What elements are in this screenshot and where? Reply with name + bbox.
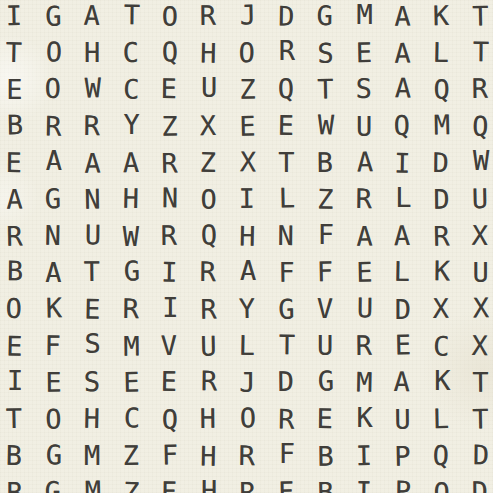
grid-cell-r12c9[interactable]: E	[305, 400, 344, 437]
grid-cell-r9c7[interactable]: Y	[227, 290, 267, 327]
grid-cell-r10c7[interactable]: L	[227, 326, 267, 363]
grid-cell-r6c10[interactable]: R	[344, 180, 383, 217]
grid-cell-r13c5[interactable]: F	[151, 435, 191, 472]
grid-cell-r11c10[interactable]: M	[344, 363, 384, 400]
grid-cell-r6c5[interactable]: N	[151, 179, 190, 216]
grid-cell-r8c13[interactable]: U	[461, 254, 493, 291]
grid-cell-r4c2[interactable]: R	[33, 107, 73, 144]
grid-cell-r12c7[interactable]: O	[228, 399, 268, 436]
grid-cell-r6c13[interactable]: U	[460, 180, 493, 217]
grid-cell-r7c12[interactable]: R	[422, 217, 462, 254]
grid-cell-r5c5[interactable]: R	[150, 144, 190, 181]
grid-cell-r9c8[interactable]: G	[267, 290, 307, 327]
grid-cell-r12c13[interactable]: T	[461, 400, 493, 437]
grid-cell-r6c3[interactable]: N	[72, 180, 112, 217]
grid-cell-r13c1[interactable]: B	[0, 436, 34, 473]
grid-cell-r11c7[interactable]: J	[228, 364, 267, 401]
grid-cell-r14c8[interactable]: F	[266, 473, 306, 493]
grid-cell-r12c11[interactable]: U	[383, 400, 422, 437]
grid-cell-r14c3[interactable]: M	[73, 472, 113, 493]
grid-cell-r12c5[interactable]: Q	[150, 400, 189, 437]
grid-cell-r2c5[interactable]: Q	[151, 33, 191, 70]
grid-cell-r6c6[interactable]: O	[189, 181, 228, 218]
grid-cell-r2c12[interactable]: L	[421, 33, 461, 70]
grid-cell-r6c1[interactable]: A	[0, 181, 34, 218]
grid-cell-r8c8[interactable]: F	[267, 254, 306, 291]
grid-cell-r10c12[interactable]: C	[422, 327, 462, 364]
grid-cell-r2c7[interactable]: O	[227, 33, 266, 70]
grid-cell-r11c13[interactable]: T	[461, 364, 493, 401]
grid-cell-r4c7[interactable]: E	[228, 107, 268, 144]
grid-cell-r4c6[interactable]: X	[188, 106, 228, 143]
grid-cell-r9c10[interactable]: U	[345, 289, 384, 326]
grid-cell-r4c1[interactable]: B	[0, 106, 35, 143]
grid-cell-r6c7[interactable]: I	[227, 180, 266, 217]
grid-cell-r14c9[interactable]: B	[305, 473, 345, 493]
grid-cell-r8c12[interactable]: K	[423, 253, 462, 290]
grid-cell-r11c6[interactable]: R	[190, 362, 229, 399]
grid-cell-r1c9[interactable]: G	[305, 0, 344, 34]
grid-cell-r6c8[interactable]: L	[267, 179, 307, 216]
grid-cell-r9c6[interactable]: R	[189, 290, 228, 327]
grid-cell-r13c11[interactable]: P	[383, 437, 423, 474]
grid-cell-r3c1[interactable]: E	[0, 71, 34, 108]
grid-cell-r5c1[interactable]: E	[0, 143, 33, 180]
grid-cell-r11c11[interactable]: A	[383, 363, 422, 400]
grid-cell-r14c11[interactable]: P	[384, 472, 423, 493]
grid-cell-r4c4[interactable]: Y	[112, 106, 151, 143]
grid-cell-r10c13[interactable]: X	[460, 326, 493, 363]
grid-cell-r12c1[interactable]: T	[0, 399, 34, 436]
grid-cell-r13c10[interactable]: I	[344, 436, 384, 473]
grid-cell-r12c6[interactable]: H	[188, 400, 227, 437]
grid-cell-r2c6[interactable]: H	[189, 34, 229, 71]
grid-cell-r1c1[interactable]: I	[0, 0, 34, 34]
grid-cell-r7c3[interactable]: U	[73, 216, 112, 253]
grid-cell-r11c4[interactable]: E	[111, 363, 151, 400]
grid-cell-r9c2[interactable]: K	[34, 289, 74, 326]
grid-cell-r9c3[interactable]: E	[72, 290, 112, 327]
grid-cell-r11c8[interactable]: D	[266, 363, 305, 400]
grid-cell-r9c4[interactable]: R	[111, 290, 150, 327]
grid-cell-r5c10[interactable]: A	[345, 142, 385, 179]
grid-cell-r10c2[interactable]: F	[33, 326, 72, 363]
grid-cell-r9c11[interactable]: D	[383, 291, 422, 328]
grid-cell-r12c8[interactable]: R	[267, 400, 307, 437]
grid-cell-r1c2[interactable]: G	[33, 0, 73, 35]
grid-cell-r3c10[interactable]: S	[344, 70, 384, 107]
grid-cell-r8c7[interactable]: A	[229, 253, 268, 290]
grid-cell-r11c9[interactable]: G	[306, 362, 346, 399]
grid-cell-r7c13[interactable]: X	[460, 216, 493, 253]
grid-cell-r13c2[interactable]: G	[34, 436, 73, 473]
grid-cell-r6c9[interactable]: Z	[305, 180, 345, 217]
grid-cell-r12c2[interactable]: O	[33, 400, 73, 437]
grid-cell-r4c8[interactable]: E	[266, 106, 306, 143]
grid-cell-r10c6[interactable]: U	[189, 327, 229, 364]
grid-cell-r7c4[interactable]: W	[112, 217, 151, 254]
grid-cell-r5c9[interactable]: B	[305, 143, 344, 180]
grid-cell-r7c5[interactable]: R	[150, 217, 189, 254]
grid-cell-r1c12[interactable]: K	[421, 0, 461, 34]
grid-cell-r5c4[interactable]: A	[111, 143, 151, 180]
grid-cell-r3c5[interactable]: E	[150, 70, 189, 107]
grid-cell-r6c11[interactable]: L	[384, 180, 423, 217]
grid-cell-r13c9[interactable]: B	[306, 437, 345, 474]
grid-cell-r1c11[interactable]: A	[383, 0, 422, 34]
grid-cell-r3c2[interactable]: O	[33, 70, 72, 107]
grid-cell-r8c10[interactable]: E	[344, 254, 384, 291]
grid-cell-r12c4[interactable]: C	[112, 399, 151, 436]
grid-cell-r14c4[interactable]: Z	[111, 473, 151, 493]
letter-grid: IGATORJDGMAKTTOHCQHORSEALTEOWCEUZQTSAQRB…	[0, 0, 493, 493]
grid-cell-r14c12[interactable]: Q	[422, 474, 461, 493]
grid-cell-r13c4[interactable]: Z	[111, 436, 150, 473]
grid-cell-r4c13[interactable]: Q	[461, 107, 493, 144]
grid-cell-r8c3[interactable]: T	[72, 253, 111, 290]
grid-cell-r3c9[interactable]: T	[305, 70, 345, 107]
grid-cell-r10c3[interactable]: S	[73, 326, 112, 363]
grid-cell-r3c8[interactable]: Q	[266, 70, 306, 107]
grid-cell-r12c10[interactable]: K	[345, 399, 384, 436]
grid-cell-r10c4[interactable]: M	[111, 327, 150, 364]
grid-cell-r11c12[interactable]: K	[423, 363, 462, 400]
grid-cell-r11c3[interactable]: S	[72, 363, 112, 400]
grid-cell-r10c11[interactable]: E	[384, 326, 424, 363]
grid-cell-r7c1[interactable]: R	[0, 217, 34, 254]
grid-cell-r13c6[interactable]: H	[189, 437, 229, 474]
grid-cell-r10c10[interactable]: R	[344, 326, 383, 363]
grid-cell-r8c2[interactable]: A	[34, 254, 73, 291]
grid-cell-r9c13[interactable]: X	[461, 289, 493, 326]
grid-cell-r1c7[interactable]: J	[228, 0, 268, 33]
grid-cell-r4c9[interactable]: W	[306, 106, 345, 143]
grid-cell-r14c10[interactable]: I	[344, 473, 384, 493]
grid-cell-r7c2[interactable]: N	[33, 216, 73, 253]
grid-cell-r4c12[interactable]: M	[423, 106, 463, 143]
grid-cell-r8c1[interactable]: B	[0, 253, 35, 290]
grid-cell-r13c3[interactable]: M	[73, 437, 112, 474]
grid-cell-r3c11[interactable]: A	[384, 69, 423, 106]
grid-cell-r5c8[interactable]: T	[267, 144, 306, 181]
grid-cell-r7c11[interactable]: A	[382, 216, 422, 253]
grid-cell-r5c12[interactable]: D	[421, 143, 460, 180]
grid-cell-r11c2[interactable]: E	[34, 364, 73, 401]
grid-cell-r10c9[interactable]: U	[306, 327, 345, 364]
grid-cell-r2c4[interactable]: C	[111, 33, 150, 70]
grid-cell-r3c13[interactable]: R	[460, 70, 493, 107]
grid-cell-r4c3[interactable]: R	[72, 107, 111, 144]
grid-cell-r2c2[interactable]: O	[34, 33, 73, 70]
grid-cell-r14c6[interactable]: H	[190, 473, 229, 493]
grid-cell-r5c13[interactable]: W	[462, 143, 493, 180]
grid-cell-r8c11[interactable]: L	[382, 253, 422, 290]
grid-cell-r4c11[interactable]: Q	[383, 107, 422, 144]
grid-cell-r8c6[interactable]: R	[188, 253, 227, 290]
grid-cell-r9c1[interactable]: O	[0, 290, 33, 327]
grid-cell-r1c13[interactable]: T	[461, 0, 493, 35]
grid-cell-r8c9[interactable]: F	[305, 253, 345, 290]
grid-cell-r2c1[interactable]: T	[0, 33, 34, 70]
grid-cell-r12c3[interactable]: H	[72, 399, 112, 436]
grid-cell-r6c12[interactable]: D	[422, 181, 461, 218]
grid-cell-r10c8[interactable]: T	[267, 326, 306, 363]
grid-cell-r7c6[interactable]: Q	[189, 216, 229, 253]
grid-cell-r2c9[interactable]: S	[306, 34, 345, 71]
grid-cell-r7c9[interactable]: F	[306, 216, 345, 253]
grid-cell-r2c8[interactable]: R	[268, 33, 307, 70]
grid-cell-r7c10[interactable]: A	[344, 217, 383, 254]
grid-cell-r1c8[interactable]: D	[267, 0, 307, 35]
grid-cell-r6c4[interactable]: H	[111, 180, 151, 217]
grid-cell-r10c5[interactable]: V	[149, 326, 189, 363]
grid-cell-r12c12[interactable]: L	[421, 399, 461, 436]
grid-cell-r11c1[interactable]: I	[0, 363, 34, 400]
grid-cell-r3c3[interactable]: W	[73, 69, 113, 106]
grid-cell-r1c10[interactable]: M	[345, 0, 384, 33]
grid-cell-r5c11[interactable]: I	[383, 144, 423, 181]
grid-cell-r1c3[interactable]: A	[72, 0, 112, 34]
grid-cell-r7c8[interactable]: N	[266, 217, 305, 254]
grid-cell-r14c1[interactable]: B	[0, 474, 34, 493]
grid-cell-r3c12[interactable]: Q	[422, 71, 461, 108]
grid-cell-r4c5[interactable]: Z	[150, 107, 189, 144]
grid-cell-r5c2[interactable]: A	[34, 143, 73, 180]
grid-cell-r8c5[interactable]: I	[150, 254, 190, 291]
grid-cell-r13c8[interactable]: F	[268, 436, 307, 473]
grid-cell-r14c5[interactable]: F	[150, 473, 189, 493]
grid-cell-r1c6[interactable]: R	[188, 0, 227, 34]
grid-cell-r4c10[interactable]: U	[345, 107, 384, 144]
grid-cell-r13c12[interactable]: Q	[421, 436, 461, 473]
grid-cell-r13c7[interactable]: R	[227, 436, 266, 473]
grid-cell-r5c7[interactable]: X	[228, 143, 267, 180]
grid-cell-r11c5[interactable]: E	[149, 363, 189, 400]
grid-cell-r6c2[interactable]: G	[33, 180, 73, 217]
grid-cell-r5c3[interactable]: A	[72, 144, 111, 181]
grid-cell-r14c13[interactable]: D	[460, 473, 493, 493]
grid-cell-r1c5[interactable]: O	[150, 0, 189, 34]
grid-cell-r2c3[interactable]: H	[73, 34, 112, 71]
grid-cell-r9c5[interactable]: I	[151, 289, 190, 326]
grid-cell-r2c10[interactable]: E	[344, 33, 384, 70]
grid-cell-r5c6[interactable]: Z	[188, 143, 228, 180]
grid-cell-r9c12[interactable]: X	[421, 290, 460, 327]
grid-cell-r2c13[interactable]: T	[462, 33, 493, 70]
grid-cell-r14c2[interactable]: G	[33, 473, 72, 493]
grid-cell-r3c7[interactable]: Z	[228, 71, 267, 108]
grid-cell-r3c6[interactable]: U	[190, 70, 229, 107]
grid-cell-r2c11[interactable]: A	[383, 34, 423, 71]
grid-cell-r1c4[interactable]: T	[112, 0, 151, 33]
grid-cell-r3c4[interactable]: C	[111, 70, 151, 107]
word-search-board: IGATORJDGMAKTTOHCQHORSEALTEOWCEUZQTSAQRB…	[0, 0, 493, 493]
grid-cell-r7c7[interactable]: H	[228, 217, 268, 254]
grid-cell-r13c13[interactable]: D	[462, 436, 493, 473]
grid-cell-r10c1[interactable]: E	[0, 327, 34, 364]
grid-cell-r8c4[interactable]: G	[112, 252, 152, 289]
grid-cell-r9c9[interactable]: V	[305, 290, 345, 327]
grid-cell-r14c7[interactable]: R	[228, 474, 267, 493]
